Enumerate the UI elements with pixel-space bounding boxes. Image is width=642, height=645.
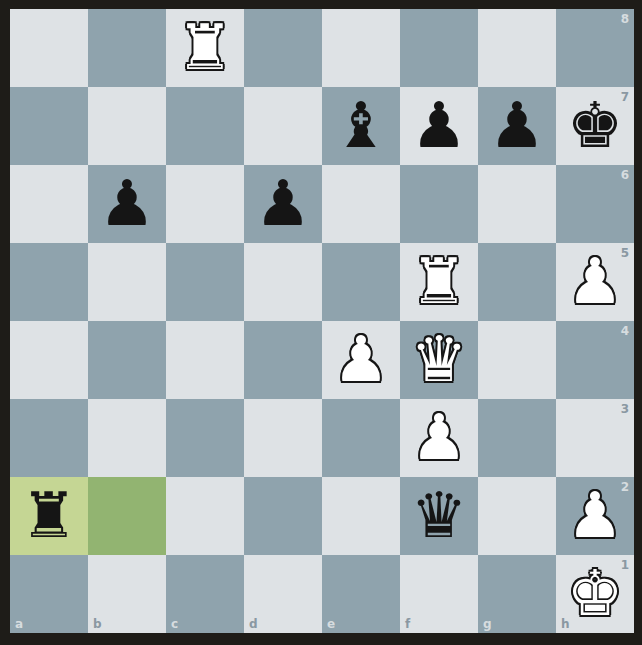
square-f1[interactable]: f [400, 555, 478, 633]
square-a7[interactable] [10, 87, 88, 165]
file-label-f: f [405, 617, 410, 631]
square-d3[interactable] [244, 399, 322, 477]
square-b7[interactable] [88, 87, 166, 165]
square-b3[interactable] [88, 399, 166, 477]
chess-board: ♜8♝♟♟7♚♟♟6♜5♟♟♛4♟3♜♛2♟abcdefg1h♚ [10, 9, 634, 633]
square-c3[interactable] [166, 399, 244, 477]
black-king[interactable]: ♚ [567, 87, 623, 165]
square-h2[interactable]: 2♟ [556, 477, 634, 555]
rank-label-4: 4 [621, 324, 629, 338]
square-g8[interactable] [478, 9, 556, 87]
white-rook[interactable]: ♜ [177, 9, 233, 87]
square-f8[interactable] [400, 9, 478, 87]
square-a3[interactable] [10, 399, 88, 477]
square-e1[interactable]: e [322, 555, 400, 633]
square-e3[interactable] [322, 399, 400, 477]
square-f2[interactable]: ♛ [400, 477, 478, 555]
square-c8[interactable]: ♜ [166, 9, 244, 87]
file-label-e: e [327, 617, 335, 631]
square-a6[interactable] [10, 165, 88, 243]
square-b8[interactable] [88, 9, 166, 87]
square-h8[interactable]: 8 [556, 9, 634, 87]
file-label-b: b [93, 617, 102, 631]
square-e8[interactable] [322, 9, 400, 87]
black-rook[interactable]: ♜ [21, 477, 77, 555]
rank-label-6: 6 [621, 168, 629, 182]
square-g3[interactable] [478, 399, 556, 477]
square-d2[interactable] [244, 477, 322, 555]
square-b2[interactable] [88, 477, 166, 555]
rank-label-3: 3 [621, 402, 629, 416]
square-f5[interactable]: ♜ [400, 243, 478, 321]
square-a4[interactable] [10, 321, 88, 399]
square-h4[interactable]: 4 [556, 321, 634, 399]
square-e6[interactable] [322, 165, 400, 243]
square-c6[interactable] [166, 165, 244, 243]
square-d6[interactable]: ♟ [244, 165, 322, 243]
square-b6[interactable]: ♟ [88, 165, 166, 243]
square-f7[interactable]: ♟ [400, 87, 478, 165]
square-g5[interactable] [478, 243, 556, 321]
black-pawn[interactable]: ♟ [489, 87, 545, 165]
black-bishop[interactable]: ♝ [333, 87, 389, 165]
square-d5[interactable] [244, 243, 322, 321]
square-c5[interactable] [166, 243, 244, 321]
square-d1[interactable]: d [244, 555, 322, 633]
square-a2[interactable]: ♜ [10, 477, 88, 555]
file-label-c: c [171, 617, 178, 631]
square-h1[interactable]: 1h♚ [556, 555, 634, 633]
rank-label-8: 8 [621, 12, 629, 26]
square-h3[interactable]: 3 [556, 399, 634, 477]
square-d7[interactable] [244, 87, 322, 165]
square-f4[interactable]: ♛ [400, 321, 478, 399]
square-b1[interactable]: b [88, 555, 166, 633]
square-d4[interactable] [244, 321, 322, 399]
square-a1[interactable]: a [10, 555, 88, 633]
white-rook[interactable]: ♜ [411, 243, 467, 321]
square-b4[interactable] [88, 321, 166, 399]
square-g4[interactable] [478, 321, 556, 399]
square-a8[interactable] [10, 9, 88, 87]
square-e4[interactable]: ♟ [322, 321, 400, 399]
black-pawn[interactable]: ♟ [99, 165, 155, 243]
file-label-a: a [15, 617, 23, 631]
white-pawn[interactable]: ♟ [567, 477, 623, 555]
black-pawn[interactable]: ♟ [255, 165, 311, 243]
square-c7[interactable] [166, 87, 244, 165]
black-queen[interactable]: ♛ [411, 477, 467, 555]
square-e2[interactable] [322, 477, 400, 555]
square-g7[interactable]: ♟ [478, 87, 556, 165]
square-f3[interactable]: ♟ [400, 399, 478, 477]
white-pawn[interactable]: ♟ [567, 243, 623, 321]
black-pawn[interactable]: ♟ [411, 87, 467, 165]
file-label-d: d [249, 617, 258, 631]
square-f6[interactable] [400, 165, 478, 243]
square-c1[interactable]: c [166, 555, 244, 633]
square-e7[interactable]: ♝ [322, 87, 400, 165]
square-g1[interactable]: g [478, 555, 556, 633]
file-label-g: g [483, 617, 492, 631]
square-d8[interactable] [244, 9, 322, 87]
white-pawn[interactable]: ♟ [411, 399, 467, 477]
board-frame: ♜8♝♟♟7♚♟♟6♜5♟♟♛4♟3♜♛2♟abcdefg1h♚ [0, 0, 642, 645]
white-queen[interactable]: ♛ [411, 321, 467, 399]
square-h5[interactable]: 5♟ [556, 243, 634, 321]
square-e5[interactable] [322, 243, 400, 321]
square-c2[interactable] [166, 477, 244, 555]
square-g6[interactable] [478, 165, 556, 243]
white-king[interactable]: ♚ [567, 555, 623, 633]
square-a5[interactable] [10, 243, 88, 321]
square-h7[interactable]: 7♚ [556, 87, 634, 165]
square-c4[interactable] [166, 321, 244, 399]
white-pawn[interactable]: ♟ [333, 321, 389, 399]
square-b5[interactable] [88, 243, 166, 321]
square-g2[interactable] [478, 477, 556, 555]
square-h6[interactable]: 6 [556, 165, 634, 243]
